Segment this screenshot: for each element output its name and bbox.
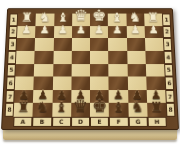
rank-label-right-2: 2: [162, 26, 171, 38]
white-pawn[interactable]: ♟: [35, 24, 53, 36]
file-label-A: A: [13, 117, 33, 127]
board-square-e3[interactable]: [90, 38, 108, 51]
black-bishop[interactable]: ♝: [109, 100, 128, 114]
board-square-f4[interactable]: [108, 51, 127, 64]
board-square-a3[interactable]: [16, 38, 35, 51]
white-bishop[interactable]: ♝: [108, 11, 126, 23]
black-knight[interactable]: ♞: [33, 100, 52, 114]
board-square-e5[interactable]: [90, 64, 109, 77]
rank-label-right-8: 8: [166, 103, 176, 117]
board-square-c5[interactable]: [53, 64, 72, 77]
board-square-a4[interactable]: [16, 51, 35, 64]
board-square-f3[interactable]: [108, 38, 127, 51]
board-perspective-wrap: 1♜♞♝♛♚♝♞♜12♟♟♟♟♟♟♟♟2334455667♟♟♟♟♟♟♟♟78♜…: [1, 2, 179, 130]
white-rook[interactable]: ♜: [144, 11, 162, 23]
black-queen[interactable]: ♛: [71, 100, 90, 114]
board-square-h5[interactable]: [146, 64, 165, 77]
white-pawn[interactable]: ♟: [144, 24, 163, 36]
board-square-d5[interactable]: [71, 64, 90, 77]
rank-label-right-5: 5: [164, 64, 173, 77]
board-square-g8[interactable]: ♞: [128, 103, 147, 117]
board-square-b5[interactable]: [34, 64, 53, 77]
board-square-a2[interactable]: ♟: [17, 26, 36, 38]
board-square-b8[interactable]: ♞: [33, 103, 52, 117]
black-rook[interactable]: ♜: [14, 100, 34, 114]
board-square-b3[interactable]: [35, 38, 54, 51]
frame-corner-right: [166, 117, 175, 127]
board-square-h8[interactable]: ♜: [147, 103, 167, 117]
board-square-g3[interactable]: [126, 38, 145, 51]
board-square-b2[interactable]: ♟: [35, 26, 54, 38]
board-square-h2[interactable]: ♟: [144, 26, 163, 38]
rank-label-right-3: 3: [163, 38, 172, 51]
black-king[interactable]: ♚: [90, 100, 109, 114]
board-square-f5[interactable]: [109, 64, 128, 77]
white-king[interactable]: ♚: [90, 10, 108, 22]
black-rook[interactable]: ♜: [147, 100, 167, 114]
board-grid: 1♜♞♝♛♚♝♞♜12♟♟♟♟♟♟♟♟2334455667♟♟♟♟♟♟♟♟78♜…: [4, 14, 176, 127]
file-label-H: H: [147, 117, 167, 127]
file-label-G: G: [128, 117, 147, 127]
board-square-g5[interactable]: [127, 64, 146, 77]
board-square-f8[interactable]: ♝: [109, 103, 128, 117]
white-knight[interactable]: ♞: [126, 11, 144, 23]
board-square-e4[interactable]: [90, 51, 109, 64]
board-square-h4[interactable]: [145, 51, 164, 64]
white-pawn[interactable]: ♟: [72, 24, 90, 36]
board-square-d2[interactable]: ♟: [72, 26, 90, 38]
black-knight[interactable]: ♞: [128, 100, 147, 114]
white-pawn[interactable]: ♟: [90, 24, 108, 36]
rank-label-right-7: 7: [165, 90, 174, 103]
white-rook[interactable]: ♜: [18, 11, 36, 23]
white-queen[interactable]: ♛: [72, 10, 90, 22]
board-square-c8[interactable]: ♝: [52, 103, 71, 117]
board-square-d8[interactable]: ♛: [71, 103, 90, 117]
board-frame: 1♜♞♝♛♚♝♞♜12♟♟♟♟♟♟♟♟2334455667♟♟♟♟♟♟♟♟78♜…: [1, 8, 179, 130]
board-square-g4[interactable]: [127, 51, 146, 64]
board-square-e2[interactable]: ♟: [90, 26, 108, 38]
white-pawn[interactable]: ♟: [108, 24, 126, 36]
board-square-d4[interactable]: [71, 51, 90, 64]
frame-corner-left: [4, 117, 13, 127]
board-square-c3[interactable]: [53, 38, 72, 51]
white-pawn[interactable]: ♟: [54, 24, 72, 36]
white-pawn[interactable]: ♟: [17, 24, 36, 36]
board-square-a8[interactable]: ♜: [14, 103, 34, 117]
chess-set-photo: 1♜♞♝♛♚♝♞♜12♟♟♟♟♟♟♟♟2334455667♟♟♟♟♟♟♟♟78♜…: [0, 0, 180, 147]
white-pawn[interactable]: ♟: [126, 24, 144, 36]
file-label-E: E: [90, 117, 109, 127]
rank-label-right-4: 4: [164, 51, 173, 64]
board-square-a5[interactable]: [15, 64, 34, 77]
white-knight[interactable]: ♞: [36, 11, 54, 23]
file-label-D: D: [71, 117, 90, 127]
black-bishop[interactable]: ♝: [52, 100, 71, 114]
white-bishop[interactable]: ♝: [54, 11, 72, 23]
board-square-e8[interactable]: ♚: [90, 103, 109, 117]
rank-label-right-6: 6: [165, 77, 174, 90]
file-label-B: B: [32, 117, 51, 127]
file-label-F: F: [109, 117, 128, 127]
board-square-f2[interactable]: ♟: [108, 26, 126, 38]
board-square-d3[interactable]: [72, 38, 90, 51]
board-square-c2[interactable]: ♟: [54, 26, 72, 38]
board-square-h3[interactable]: [145, 38, 164, 51]
board-square-g2[interactable]: ♟: [126, 26, 145, 38]
rank-label-right-1: 1: [162, 14, 171, 26]
board-square-c4[interactable]: [53, 51, 72, 64]
board-square-b4[interactable]: [34, 51, 53, 64]
file-label-C: C: [52, 117, 71, 127]
